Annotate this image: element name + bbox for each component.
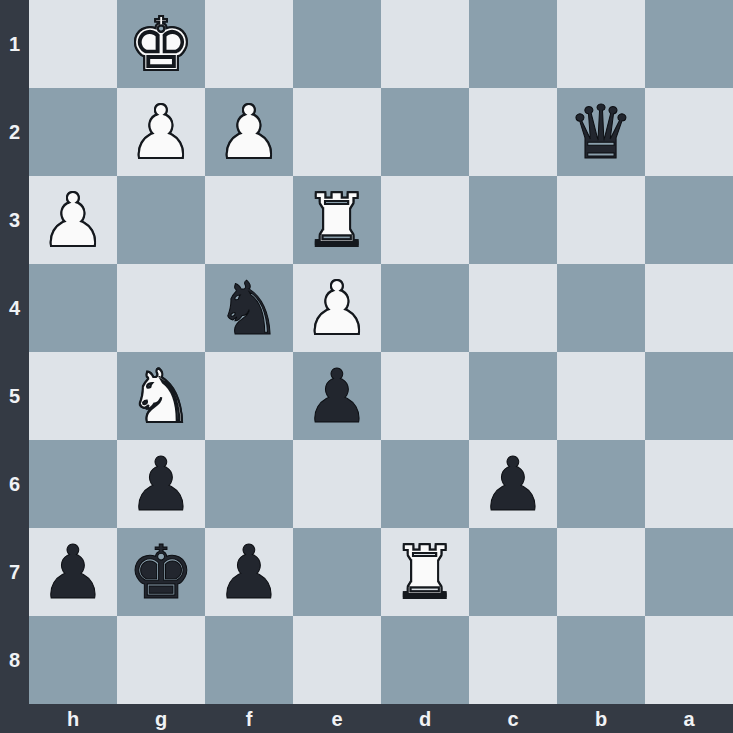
rank-labels: 12345678: [0, 0, 29, 704]
square-c5[interactable]: [469, 352, 557, 440]
square-e1[interactable]: [293, 0, 381, 88]
square-a1[interactable]: [645, 0, 733, 88]
chess-app: 12345678 ♚♟♟♛♟♜♞♟♞♟♟♟♟♚♟♜ hgfedcba: [0, 0, 733, 733]
square-a3[interactable]: [645, 176, 733, 264]
rank-label-3: 3: [9, 210, 20, 230]
square-e5[interactable]: ♟: [293, 352, 381, 440]
piece-white-knight-g5[interactable]: ♞: [128, 352, 194, 440]
piece-white-pawn-h3[interactable]: ♟: [40, 176, 106, 264]
square-b2[interactable]: ♛: [557, 88, 645, 176]
piece-white-rook-d7[interactable]: ♜: [392, 528, 458, 616]
square-h8[interactable]: [29, 616, 117, 704]
square-g5[interactable]: ♞: [117, 352, 205, 440]
square-f5[interactable]: [205, 352, 293, 440]
piece-black-pawn-e5[interactable]: ♟: [304, 352, 370, 440]
square-a6[interactable]: [645, 440, 733, 528]
square-c3[interactable]: [469, 176, 557, 264]
square-h7[interactable]: ♟: [29, 528, 117, 616]
square-e8[interactable]: [293, 616, 381, 704]
piece-white-pawn-f2[interactable]: ♟: [216, 88, 282, 176]
rank-label-8: 8: [9, 650, 20, 670]
square-g4[interactable]: [117, 264, 205, 352]
square-f3[interactable]: [205, 176, 293, 264]
square-b8[interactable]: [557, 616, 645, 704]
piece-black-queen-b2[interactable]: ♛: [568, 88, 634, 176]
piece-black-king-g7[interactable]: ♚: [128, 528, 194, 616]
rank-label-1: 1: [9, 34, 20, 54]
piece-white-pawn-g2[interactable]: ♟: [128, 88, 194, 176]
square-d6[interactable]: [381, 440, 469, 528]
piece-black-pawn-g6[interactable]: ♟: [128, 440, 194, 528]
square-h3[interactable]: ♟: [29, 176, 117, 264]
square-d7[interactable]: ♜: [381, 528, 469, 616]
square-f8[interactable]: [205, 616, 293, 704]
square-d4[interactable]: [381, 264, 469, 352]
square-g8[interactable]: [117, 616, 205, 704]
square-c2[interactable]: [469, 88, 557, 176]
piece-white-rook-e3[interactable]: ♜: [304, 176, 370, 264]
square-b4[interactable]: [557, 264, 645, 352]
square-b5[interactable]: [557, 352, 645, 440]
square-d2[interactable]: [381, 88, 469, 176]
square-b6[interactable]: [557, 440, 645, 528]
square-b1[interactable]: [557, 0, 645, 88]
square-h5[interactable]: [29, 352, 117, 440]
rank-label-2: 2: [9, 122, 20, 142]
chess-board: ♚♟♟♛♟♜♞♟♞♟♟♟♟♚♟♜: [29, 0, 733, 704]
file-label-h: h: [67, 709, 79, 729]
square-h6[interactable]: [29, 440, 117, 528]
square-g6[interactable]: ♟: [117, 440, 205, 528]
square-e3[interactable]: ♜: [293, 176, 381, 264]
square-e4[interactable]: ♟: [293, 264, 381, 352]
square-c1[interactable]: [469, 0, 557, 88]
square-f4[interactable]: ♞: [205, 264, 293, 352]
file-label-b: b: [595, 709, 607, 729]
piece-black-pawn-c6[interactable]: ♟: [480, 440, 546, 528]
square-g7[interactable]: ♚: [117, 528, 205, 616]
piece-black-pawn-f7[interactable]: ♟: [216, 528, 282, 616]
square-c8[interactable]: [469, 616, 557, 704]
square-a4[interactable]: [645, 264, 733, 352]
file-label-f: f: [246, 709, 253, 729]
square-g1[interactable]: ♚: [117, 0, 205, 88]
square-c7[interactable]: [469, 528, 557, 616]
rank-label-4: 4: [9, 298, 20, 318]
square-h4[interactable]: [29, 264, 117, 352]
file-label-d: d: [419, 709, 431, 729]
square-b7[interactable]: [557, 528, 645, 616]
square-a8[interactable]: [645, 616, 733, 704]
file-label-g: g: [155, 709, 167, 729]
file-label-e: e: [331, 709, 342, 729]
square-e2[interactable]: [293, 88, 381, 176]
piece-white-king-g1[interactable]: ♚: [128, 0, 194, 88]
square-f6[interactable]: [205, 440, 293, 528]
square-h2[interactable]: [29, 88, 117, 176]
piece-black-knight-f4[interactable]: ♞: [216, 264, 282, 352]
square-e6[interactable]: [293, 440, 381, 528]
piece-black-pawn-h7[interactable]: ♟: [40, 528, 106, 616]
square-a2[interactable]: [645, 88, 733, 176]
square-f1[interactable]: [205, 0, 293, 88]
square-d8[interactable]: [381, 616, 469, 704]
square-d1[interactable]: [381, 0, 469, 88]
square-g3[interactable]: [117, 176, 205, 264]
square-d5[interactable]: [381, 352, 469, 440]
square-e7[interactable]: [293, 528, 381, 616]
square-f7[interactable]: ♟: [205, 528, 293, 616]
square-a7[interactable]: [645, 528, 733, 616]
rank-label-5: 5: [9, 386, 20, 406]
square-d3[interactable]: [381, 176, 469, 264]
file-label-a: a: [683, 709, 694, 729]
square-a5[interactable]: [645, 352, 733, 440]
file-labels: hgfedcba: [29, 704, 733, 733]
square-g2[interactable]: ♟: [117, 88, 205, 176]
file-label-c: c: [507, 709, 518, 729]
piece-white-pawn-e4[interactable]: ♟: [304, 264, 370, 352]
rank-label-6: 6: [9, 474, 20, 494]
rank-label-7: 7: [9, 562, 20, 582]
square-h1[interactable]: [29, 0, 117, 88]
square-b3[interactable]: [557, 176, 645, 264]
square-f2[interactable]: ♟: [205, 88, 293, 176]
square-c6[interactable]: ♟: [469, 440, 557, 528]
square-c4[interactable]: [469, 264, 557, 352]
